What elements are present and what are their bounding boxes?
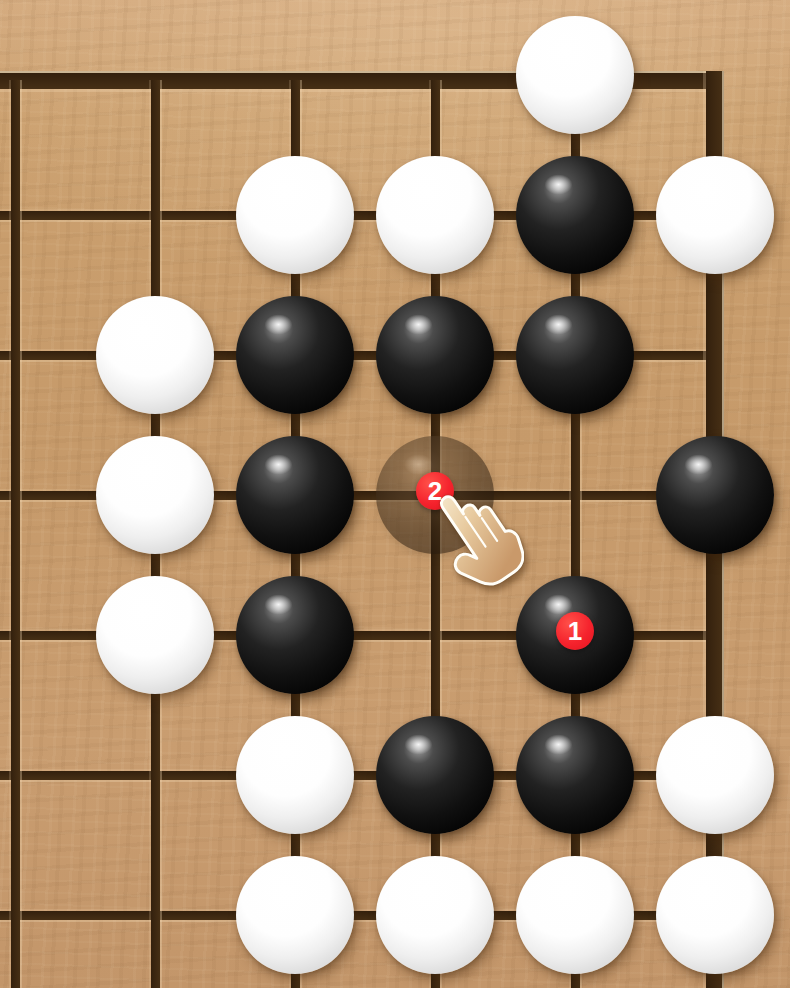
go-stone-white (96, 296, 214, 414)
move-badge-1: 1 (556, 612, 594, 650)
stones-layer: 12 (0, 0, 790, 988)
go-stone-black (236, 296, 354, 414)
go-stone-black (236, 576, 354, 694)
go-stone-black (376, 296, 494, 414)
go-stone-black (376, 716, 494, 834)
go-stone-white (236, 156, 354, 274)
go-stone-white (656, 716, 774, 834)
go-stone-white (516, 856, 634, 974)
go-stone-white (236, 716, 354, 834)
go-stone-white (656, 156, 774, 274)
go-stone-white (96, 576, 214, 694)
go-stone-white (516, 16, 634, 134)
go-stone-black (516, 296, 634, 414)
go-stone-black (656, 436, 774, 554)
go-stone-white (656, 856, 774, 974)
go-stone-white (376, 156, 494, 274)
go-stone-white (96, 436, 214, 554)
go-stone-black (516, 716, 634, 834)
go-stone-white (236, 856, 354, 974)
go-stone-black (516, 156, 634, 274)
go-board[interactable]: 12 (0, 0, 790, 988)
go-stone-black (236, 436, 354, 554)
move-badge-2: 2 (416, 472, 454, 510)
go-stone-white (376, 856, 494, 974)
